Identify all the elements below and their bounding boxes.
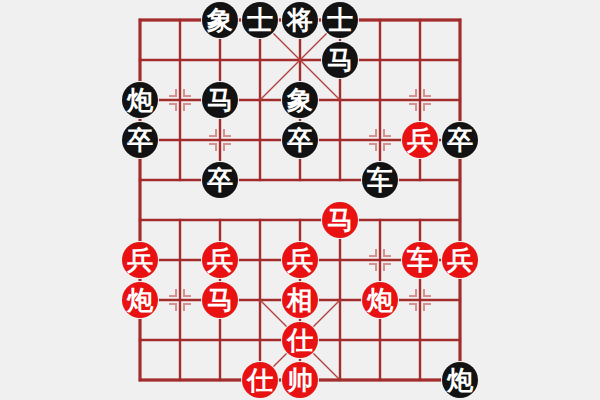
red-soldier[interactable]: 兵 — [202, 242, 238, 278]
board-point-c3-r2 — [240, 80, 280, 120]
red-soldier[interactable]: 兵 — [122, 242, 158, 278]
black-advisor[interactable]: 士 — [242, 2, 278, 38]
black-soldier[interactable]: 卒 — [282, 122, 318, 158]
board-point-c8-r8 — [440, 320, 480, 360]
board-point-c8-r1 — [440, 40, 480, 80]
red-soldier[interactable]: 兵 — [402, 122, 438, 158]
board-point-c0-r3: 卒 — [120, 120, 160, 160]
board-point-c3-r0: 士 — [240, 0, 280, 40]
board-point-c1-r6 — [160, 240, 200, 280]
red-soldier[interactable]: 兵 — [282, 242, 318, 278]
red-cannon[interactable]: 炮 — [122, 282, 158, 318]
board-point-c3-r8 — [240, 320, 280, 360]
board-point-c4-r6: 兵 — [280, 240, 320, 280]
board-point-c1-r1 — [160, 40, 200, 80]
board-point-c1-r0 — [160, 0, 200, 40]
board-point-c7-r5 — [400, 200, 440, 240]
board-point-c0-r9 — [120, 360, 160, 400]
board-point-c4-r7: 相 — [280, 280, 320, 320]
board-point-c4-r0: 将 — [280, 0, 320, 40]
board-point-c5-r6 — [320, 240, 360, 280]
xiangqi-board-screen: 象士将士马炮马象卒卒兵卒卒车马兵兵兵车兵炮马相炮仕仕帅炮 — [0, 0, 600, 400]
board-point-c0-r4 — [120, 160, 160, 200]
board-point-c2-r6: 兵 — [200, 240, 240, 280]
board-point-c7-r8 — [400, 320, 440, 360]
board-point-c2-r0: 象 — [200, 0, 240, 40]
board-point-c2-r5 — [200, 200, 240, 240]
board-point-c5-r9 — [320, 360, 360, 400]
board-point-c2-r3 — [200, 120, 240, 160]
board-point-c8-r3: 卒 — [440, 120, 480, 160]
black-cannon[interactable]: 炮 — [122, 82, 158, 118]
board-point-c5-r7 — [320, 280, 360, 320]
board-point-c5-r2 — [320, 80, 360, 120]
red-chariot[interactable]: 车 — [402, 242, 438, 278]
board-point-c6-r4: 车 — [360, 160, 400, 200]
red-horse[interactable]: 马 — [202, 282, 238, 318]
board-point-c4-r4 — [280, 160, 320, 200]
board-point-c6-r1 — [360, 40, 400, 80]
board-point-c0-r5 — [120, 200, 160, 240]
red-cannon[interactable]: 炮 — [362, 282, 398, 318]
board-point-c5-r0: 士 — [320, 0, 360, 40]
board-point-c4-r1 — [280, 40, 320, 80]
board-point-c4-r3: 卒 — [280, 120, 320, 160]
board-point-c1-r9 — [160, 360, 200, 400]
board-point-c4-r2: 象 — [280, 80, 320, 120]
board-point-c0-r6: 兵 — [120, 240, 160, 280]
board-point-c7-r9 — [400, 360, 440, 400]
board-point-c7-r2 — [400, 80, 440, 120]
board-point-c7-r1 — [400, 40, 440, 80]
black-soldier[interactable]: 卒 — [202, 162, 238, 198]
black-soldier[interactable]: 卒 — [122, 122, 158, 158]
board-point-c3-r7 — [240, 280, 280, 320]
board-point-c0-r7: 炮 — [120, 280, 160, 320]
black-soldier[interactable]: 卒 — [442, 122, 478, 158]
black-elephant[interactable]: 象 — [282, 82, 318, 118]
board-point-c8-r9: 炮 — [440, 360, 480, 400]
black-chariot[interactable]: 车 — [362, 162, 398, 198]
board-point-c6-r8 — [360, 320, 400, 360]
board-point-c8-r0 — [440, 0, 480, 40]
board-point-c1-r8 — [160, 320, 200, 360]
board-point-c6-r9 — [360, 360, 400, 400]
board-point-c7-r0 — [400, 0, 440, 40]
board-point-c4-r8: 仕 — [280, 320, 320, 360]
board-point-c4-r9: 帅 — [280, 360, 320, 400]
board-point-c2-r1 — [200, 40, 240, 80]
red-horse[interactable]: 马 — [322, 202, 358, 238]
board-point-c3-r5 — [240, 200, 280, 240]
black-advisor[interactable]: 士 — [322, 2, 358, 38]
board-point-c5-r1: 马 — [320, 40, 360, 80]
board-point-c7-r3: 兵 — [400, 120, 440, 160]
board-point-c3-r4 — [240, 160, 280, 200]
board-point-c0-r2: 炮 — [120, 80, 160, 120]
board-point-c6-r3 — [360, 120, 400, 160]
board-point-c1-r7 — [160, 280, 200, 320]
board-point-c3-r3 — [240, 120, 280, 160]
red-advisor[interactable]: 仕 — [242, 362, 278, 398]
board-point-c7-r6: 车 — [400, 240, 440, 280]
black-cannon[interactable]: 炮 — [442, 362, 478, 398]
black-horse[interactable]: 马 — [322, 42, 358, 78]
board-point-c6-r6 — [360, 240, 400, 280]
board-point-c3-r6 — [240, 240, 280, 280]
board-grid: 象士将士马炮马象卒卒兵卒卒车马兵兵兵车兵炮马相炮仕仕帅炮 — [120, 0, 480, 400]
board-point-c2-r4: 卒 — [200, 160, 240, 200]
board-point-c0-r8 — [120, 320, 160, 360]
board-point-c6-r7: 炮 — [360, 280, 400, 320]
red-advisor[interactable]: 仕 — [282, 322, 318, 358]
board-point-c5-r3 — [320, 120, 360, 160]
board-point-c5-r8 — [320, 320, 360, 360]
board-point-c7-r7 — [400, 280, 440, 320]
red-general[interactable]: 帅 — [282, 362, 318, 398]
board-point-c6-r0 — [360, 0, 400, 40]
red-soldier[interactable]: 兵 — [442, 242, 478, 278]
board-point-c8-r5 — [440, 200, 480, 240]
board-point-c1-r4 — [160, 160, 200, 200]
board-point-c0-r0 — [120, 0, 160, 40]
board-point-c1-r5 — [160, 200, 200, 240]
board-point-c8-r6: 兵 — [440, 240, 480, 280]
black-elephant[interactable]: 象 — [202, 2, 238, 38]
board-point-c7-r4 — [400, 160, 440, 200]
board-point-c3-r9: 仕 — [240, 360, 280, 400]
board-point-c8-r2 — [440, 80, 480, 120]
board-point-c6-r2 — [360, 80, 400, 120]
board-point-c4-r5 — [280, 200, 320, 240]
board-point-c3-r1 — [240, 40, 280, 80]
board-point-c0-r1 — [120, 40, 160, 80]
black-general[interactable]: 将 — [282, 2, 318, 38]
board-point-c1-r3 — [160, 120, 200, 160]
board-point-c6-r5 — [360, 200, 400, 240]
board-point-c1-r2 — [160, 80, 200, 120]
board-point-c5-r5: 马 — [320, 200, 360, 240]
board-point-c8-r7 — [440, 280, 480, 320]
black-horse[interactable]: 马 — [202, 82, 238, 118]
board-point-c5-r4 — [320, 160, 360, 200]
board-point-c8-r4 — [440, 160, 480, 200]
board-point-c2-r8 — [200, 320, 240, 360]
board-point-c2-r7: 马 — [200, 280, 240, 320]
red-elephant[interactable]: 相 — [282, 282, 318, 318]
board-point-c2-r2: 马 — [200, 80, 240, 120]
board-point-c2-r9 — [200, 360, 240, 400]
